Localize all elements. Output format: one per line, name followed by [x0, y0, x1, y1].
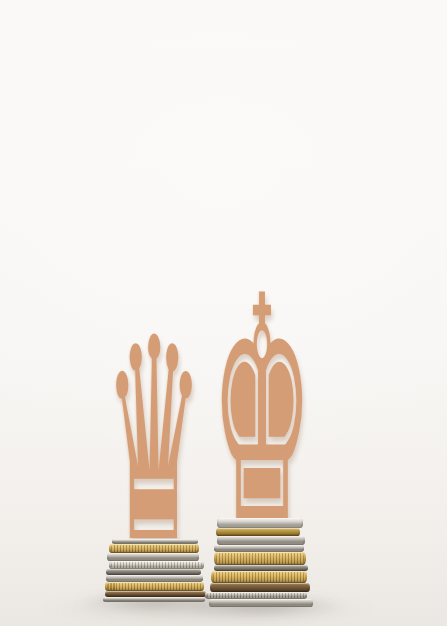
coin-silver: [107, 553, 199, 561]
queen-coin-stack: [103, 539, 205, 602]
coin-silver: [214, 545, 304, 552]
coin-gold-bright: [214, 552, 306, 565]
coin-silver: [205, 592, 307, 599]
coin-silver-bright: [109, 561, 204, 569]
coin-silver: [217, 536, 305, 545]
coin-gold-bright: [109, 544, 199, 553]
coin-bronze: [210, 583, 310, 592]
coin-silver: [103, 597, 205, 602]
coin-silver: [209, 599, 313, 607]
king-coin-stack: [208, 518, 312, 607]
coin-gold-bright: [211, 571, 307, 583]
photo-scene: ♛ ♚: [0, 0, 447, 626]
coin-silver-bright: [217, 518, 303, 528]
coin-gold: [216, 528, 300, 536]
coin-gold-bright: [105, 582, 204, 591]
coin-silver: [106, 575, 203, 582]
